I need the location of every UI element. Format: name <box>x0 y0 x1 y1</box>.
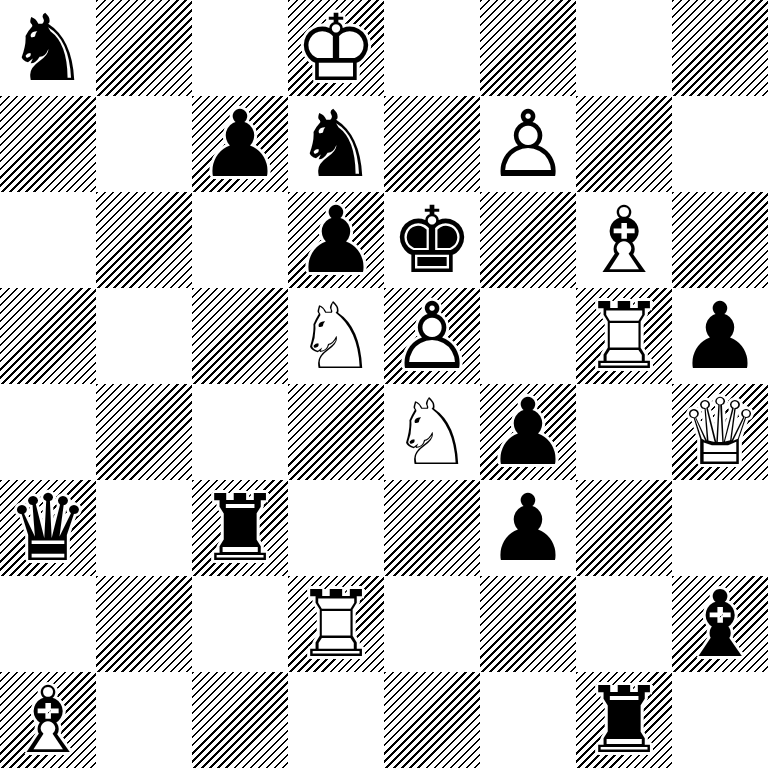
square-h4[interactable]: ♛♕ <box>672 384 768 480</box>
square-e6[interactable]: ♚♚ <box>384 192 480 288</box>
square-a5[interactable] <box>0 288 96 384</box>
square-e2[interactable] <box>384 576 480 672</box>
square-e8[interactable] <box>384 0 480 96</box>
square-g4[interactable] <box>576 384 672 480</box>
white-pawn-icon: ♙ <box>384 288 480 384</box>
square-e3[interactable] <box>384 480 480 576</box>
square-b3[interactable] <box>96 480 192 576</box>
white-knight-icon: ♘ <box>384 384 480 480</box>
black-rook: ♜♜ <box>192 480 288 576</box>
square-b6[interactable] <box>96 192 192 288</box>
square-f6[interactable] <box>480 192 576 288</box>
square-c3[interactable]: ♜♜ <box>192 480 288 576</box>
black-queen-icon: ♛ <box>0 480 96 576</box>
square-f8[interactable] <box>480 0 576 96</box>
square-g2[interactable] <box>576 576 672 672</box>
white-pawn: ♟♙ <box>480 96 576 192</box>
black-bishop: ♝♝ <box>672 576 768 672</box>
black-pawn-icon: ♟ <box>192 96 288 192</box>
square-a6[interactable] <box>0 192 96 288</box>
square-d1[interactable] <box>288 672 384 768</box>
square-h3[interactable] <box>672 480 768 576</box>
white-rook-icon: ♖ <box>576 288 672 384</box>
square-f1[interactable] <box>480 672 576 768</box>
white-rook: ♜♖ <box>576 288 672 384</box>
square-c5[interactable] <box>192 288 288 384</box>
white-knight: ♞♘ <box>288 288 384 384</box>
square-c8[interactable] <box>192 0 288 96</box>
square-h7[interactable] <box>672 96 768 192</box>
black-knight-icon: ♞ <box>288 96 384 192</box>
white-king-icon: ♔ <box>288 0 384 96</box>
square-a7[interactable] <box>0 96 96 192</box>
black-pawn-icon: ♟ <box>480 480 576 576</box>
black-rook-icon: ♜ <box>192 480 288 576</box>
square-g3[interactable] <box>576 480 672 576</box>
chess-board: ♞♞♚♔♟♟♞♞♟♙♟♟♚♚♝♗♞♘♟♙♜♖♟♟♞♘♟♟♛♕♛♛♜♜♟♟♜♖♝♝… <box>0 0 768 768</box>
square-f2[interactable] <box>480 576 576 672</box>
white-bishop: ♝♗ <box>0 672 96 768</box>
black-pawn-icon: ♟ <box>672 288 768 384</box>
square-a4[interactable] <box>0 384 96 480</box>
square-c2[interactable] <box>192 576 288 672</box>
square-g5[interactable]: ♜♖ <box>576 288 672 384</box>
black-pawn: ♟♟ <box>480 480 576 576</box>
white-rook: ♜♖ <box>288 576 384 672</box>
square-c4[interactable] <box>192 384 288 480</box>
square-g8[interactable] <box>576 0 672 96</box>
white-knight-icon: ♘ <box>288 288 384 384</box>
square-d7[interactable]: ♞♞ <box>288 96 384 192</box>
white-rook-icon: ♖ <box>288 576 384 672</box>
black-pawn: ♟♟ <box>672 288 768 384</box>
square-g7[interactable] <box>576 96 672 192</box>
square-h8[interactable] <box>672 0 768 96</box>
square-a3[interactable]: ♛♛ <box>0 480 96 576</box>
black-rook: ♜♜ <box>576 672 672 768</box>
black-knight-icon: ♞ <box>0 0 96 96</box>
square-h5[interactable]: ♟♟ <box>672 288 768 384</box>
black-king: ♚♚ <box>384 192 480 288</box>
white-pawn-icon: ♙ <box>480 96 576 192</box>
square-d4[interactable] <box>288 384 384 480</box>
white-knight: ♞♘ <box>384 384 480 480</box>
square-e7[interactable] <box>384 96 480 192</box>
square-a2[interactable] <box>0 576 96 672</box>
black-king-icon: ♚ <box>384 192 480 288</box>
square-f7[interactable]: ♟♙ <box>480 96 576 192</box>
square-b4[interactable] <box>96 384 192 480</box>
square-c7[interactable]: ♟♟ <box>192 96 288 192</box>
square-h6[interactable] <box>672 192 768 288</box>
square-d5[interactable]: ♞♘ <box>288 288 384 384</box>
square-f5[interactable] <box>480 288 576 384</box>
white-king: ♚♔ <box>288 0 384 96</box>
square-d3[interactable] <box>288 480 384 576</box>
square-d8[interactable]: ♚♔ <box>288 0 384 96</box>
square-e5[interactable]: ♟♙ <box>384 288 480 384</box>
square-e1[interactable] <box>384 672 480 768</box>
square-h1[interactable] <box>672 672 768 768</box>
square-b8[interactable] <box>96 0 192 96</box>
white-queen: ♛♕ <box>672 384 768 480</box>
square-c1[interactable] <box>192 672 288 768</box>
black-pawn: ♟♟ <box>288 192 384 288</box>
square-b2[interactable] <box>96 576 192 672</box>
square-c6[interactable] <box>192 192 288 288</box>
square-b1[interactable] <box>96 672 192 768</box>
black-pawn: ♟♟ <box>192 96 288 192</box>
black-rook-icon: ♜ <box>576 672 672 768</box>
black-pawn: ♟♟ <box>480 384 576 480</box>
square-a1[interactable]: ♝♗ <box>0 672 96 768</box>
white-bishop: ♝♗ <box>576 192 672 288</box>
square-f4[interactable]: ♟♟ <box>480 384 576 480</box>
square-e4[interactable]: ♞♘ <box>384 384 480 480</box>
white-queen-icon: ♕ <box>672 384 768 480</box>
square-g1[interactable]: ♜♜ <box>576 672 672 768</box>
square-b7[interactable] <box>96 96 192 192</box>
square-d2[interactable]: ♜♖ <box>288 576 384 672</box>
black-knight: ♞♞ <box>0 0 96 96</box>
black-bishop-icon: ♝ <box>672 576 768 672</box>
square-d6[interactable]: ♟♟ <box>288 192 384 288</box>
square-b5[interactable] <box>96 288 192 384</box>
black-pawn-icon: ♟ <box>480 384 576 480</box>
square-g6[interactable]: ♝♗ <box>576 192 672 288</box>
black-pawn-icon: ♟ <box>288 192 384 288</box>
square-f3[interactable]: ♟♟ <box>480 480 576 576</box>
black-queen: ♛♛ <box>0 480 96 576</box>
white-pawn: ♟♙ <box>384 288 480 384</box>
white-bishop-icon: ♗ <box>0 672 96 768</box>
black-knight: ♞♞ <box>288 96 384 192</box>
square-h2[interactable]: ♝♝ <box>672 576 768 672</box>
square-a8[interactable]: ♞♞ <box>0 0 96 96</box>
white-bishop-icon: ♗ <box>576 192 672 288</box>
